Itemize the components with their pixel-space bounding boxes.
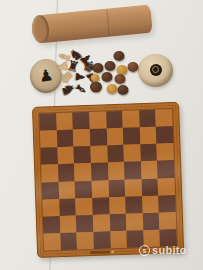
draughts-piece[interactable] xyxy=(128,62,139,72)
draughts-piece[interactable] xyxy=(102,72,113,82)
s-circle-icon: s xyxy=(139,245,150,256)
watermark-text: subito xyxy=(152,244,187,256)
draughts-piece[interactable] xyxy=(115,74,126,84)
subito-watermark: s subito xyxy=(139,244,187,256)
draughts-piece-spill xyxy=(0,0,203,270)
photo-stage: ♟ ♝♞♟♟♜♚♛♟♞♝♟ s subito xyxy=(0,0,203,270)
draughts-piece[interactable] xyxy=(90,82,102,93)
draughts-piece[interactable] xyxy=(105,61,116,71)
draughts-piece[interactable] xyxy=(107,84,118,94)
draughts-piece[interactable] xyxy=(114,51,125,61)
draughts-piece[interactable] xyxy=(118,85,129,95)
draughts-piece[interactable] xyxy=(93,63,104,73)
